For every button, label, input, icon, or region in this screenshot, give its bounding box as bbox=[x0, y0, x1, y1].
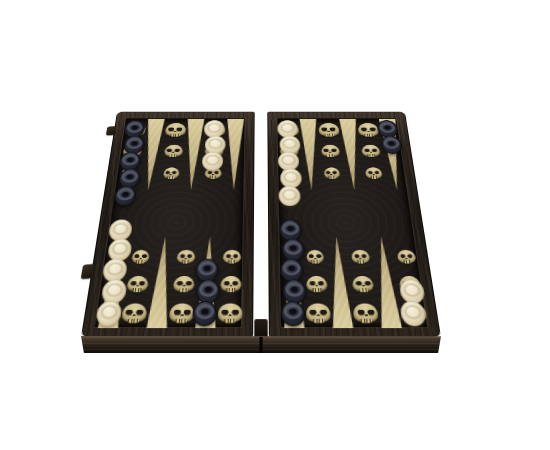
skull-icon bbox=[306, 276, 327, 291]
skull-icon bbox=[353, 303, 379, 322]
skull-icon bbox=[121, 303, 147, 322]
playing-field-left bbox=[95, 118, 245, 327]
checker-dark[interactable] bbox=[195, 279, 220, 303]
skull-icon bbox=[173, 276, 194, 291]
playing-field-right bbox=[277, 118, 427, 327]
case-right-half bbox=[267, 112, 441, 338]
skull-icon bbox=[352, 276, 374, 291]
checker-dark[interactable] bbox=[113, 186, 137, 206]
backgammon-case bbox=[81, 112, 441, 338]
scene bbox=[0, 0, 550, 450]
skull-icon bbox=[318, 123, 339, 136]
skull-icon bbox=[163, 167, 180, 178]
skull-icon bbox=[177, 250, 195, 263]
skull-icon bbox=[223, 250, 241, 263]
skull-icon bbox=[358, 123, 380, 136]
skull-icon bbox=[321, 145, 340, 157]
skull-icon bbox=[169, 303, 195, 322]
hinge bbox=[254, 319, 268, 338]
skull-icon bbox=[218, 303, 243, 322]
skull-icon bbox=[351, 250, 369, 263]
checker-dark[interactable] bbox=[281, 239, 305, 261]
skull-icon bbox=[221, 276, 242, 291]
triangle-point bbox=[224, 119, 244, 190]
point-7 bbox=[218, 212, 244, 328]
case-front-edge bbox=[81, 336, 441, 353]
checker-dark[interactable] bbox=[380, 136, 403, 154]
checker-cream[interactable] bbox=[279, 186, 301, 206]
case-left-half bbox=[81, 112, 255, 338]
checker-dark[interactable] bbox=[282, 279, 306, 303]
triangle-point bbox=[182, 119, 205, 190]
skull-icon bbox=[165, 123, 186, 136]
checker-dark[interactable] bbox=[281, 301, 306, 326]
skull-icon bbox=[131, 250, 150, 263]
skull-icon bbox=[323, 167, 340, 178]
checker-cream[interactable] bbox=[95, 301, 123, 326]
point-18 bbox=[222, 119, 245, 213]
skull-icon bbox=[126, 276, 148, 291]
skull-icon bbox=[164, 145, 183, 157]
skull-icon bbox=[397, 250, 416, 263]
hinge-gap bbox=[253, 112, 269, 338]
skull-icon bbox=[361, 145, 380, 157]
skull-icon bbox=[306, 250, 324, 263]
skull-icon bbox=[365, 167, 382, 178]
latch-icon bbox=[106, 126, 117, 135]
skull-icon bbox=[305, 303, 330, 322]
